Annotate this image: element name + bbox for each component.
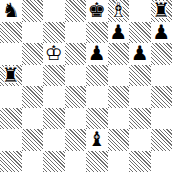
- black-pawn: ♟: [152, 22, 170, 44]
- square-b1[interactable]: [22, 151, 44, 173]
- square-b2[interactable]: [22, 129, 44, 151]
- square-b3[interactable]: [22, 108, 44, 130]
- square-b8[interactable]: [22, 0, 44, 22]
- square-c8[interactable]: [43, 0, 65, 22]
- square-f4[interactable]: [108, 86, 130, 108]
- square-f3[interactable]: [108, 108, 130, 130]
- square-c6[interactable]: ♔: [43, 43, 65, 65]
- square-d3[interactable]: [65, 108, 87, 130]
- chess-board: ♞♚♗♜♟♟♔♟♟♜♝: [0, 0, 172, 172]
- square-g6[interactable]: ♟: [129, 43, 151, 65]
- square-a2[interactable]: [0, 129, 22, 151]
- square-e6[interactable]: ♟: [86, 43, 108, 65]
- square-a8[interactable]: ♞: [0, 0, 22, 22]
- square-g4[interactable]: [129, 86, 151, 108]
- square-a3[interactable]: [0, 108, 22, 130]
- square-e2[interactable]: ♝: [86, 129, 108, 151]
- square-b5[interactable]: [22, 65, 44, 87]
- square-g2[interactable]: [129, 129, 151, 151]
- square-d7[interactable]: [65, 22, 87, 44]
- square-f5[interactable]: [108, 65, 130, 87]
- black-knight: ♞: [2, 0, 20, 22]
- square-e4[interactable]: [86, 86, 108, 108]
- square-g5[interactable]: [129, 65, 151, 87]
- square-e8[interactable]: ♚: [86, 0, 108, 22]
- square-h1[interactable]: [151, 151, 173, 173]
- black-pawn: ♟: [88, 43, 106, 65]
- square-h7[interactable]: ♟: [151, 22, 173, 44]
- square-g1[interactable]: [129, 151, 151, 173]
- black-rook: ♜: [152, 0, 170, 22]
- square-g3[interactable]: [129, 108, 151, 130]
- square-h6[interactable]: [151, 43, 173, 65]
- square-e1[interactable]: [86, 151, 108, 173]
- black-rook: ♜: [2, 65, 20, 87]
- square-a7[interactable]: [0, 22, 22, 44]
- black-bishop: ♝: [88, 129, 106, 151]
- square-d1[interactable]: [65, 151, 87, 173]
- square-g8[interactable]: [129, 0, 151, 22]
- square-h4[interactable]: [151, 86, 173, 108]
- square-c4[interactable]: [43, 86, 65, 108]
- square-a4[interactable]: [0, 86, 22, 108]
- square-e7[interactable]: [86, 22, 108, 44]
- square-h3[interactable]: [151, 108, 173, 130]
- square-e3[interactable]: [86, 108, 108, 130]
- square-f8[interactable]: ♗: [108, 0, 130, 22]
- square-b4[interactable]: [22, 86, 44, 108]
- square-d2[interactable]: [65, 129, 87, 151]
- square-a5[interactable]: ♜: [0, 65, 22, 87]
- square-b7[interactable]: [22, 22, 44, 44]
- square-a1[interactable]: [0, 151, 22, 173]
- square-c7[interactable]: [43, 22, 65, 44]
- square-f1[interactable]: [108, 151, 130, 173]
- square-f7[interactable]: ♟: [108, 22, 130, 44]
- square-d8[interactable]: [65, 0, 87, 22]
- square-h2[interactable]: [151, 129, 173, 151]
- white-king: ♔: [45, 43, 63, 65]
- square-d6[interactable]: [65, 43, 87, 65]
- square-e5[interactable]: [86, 65, 108, 87]
- square-f6[interactable]: [108, 43, 130, 65]
- black-king: ♚: [88, 0, 106, 22]
- square-c2[interactable]: [43, 129, 65, 151]
- black-pawn: ♟: [109, 22, 127, 44]
- black-pawn: ♟: [131, 43, 149, 65]
- square-g7[interactable]: [129, 22, 151, 44]
- square-c5[interactable]: [43, 65, 65, 87]
- square-a6[interactable]: [0, 43, 22, 65]
- square-h8[interactable]: ♜: [151, 0, 173, 22]
- square-d5[interactable]: [65, 65, 87, 87]
- square-f2[interactable]: [108, 129, 130, 151]
- square-b6[interactable]: [22, 43, 44, 65]
- white-bishop: ♗: [109, 0, 127, 22]
- square-c3[interactable]: [43, 108, 65, 130]
- square-c1[interactable]: [43, 151, 65, 173]
- square-d4[interactable]: [65, 86, 87, 108]
- square-h5[interactable]: [151, 65, 173, 87]
